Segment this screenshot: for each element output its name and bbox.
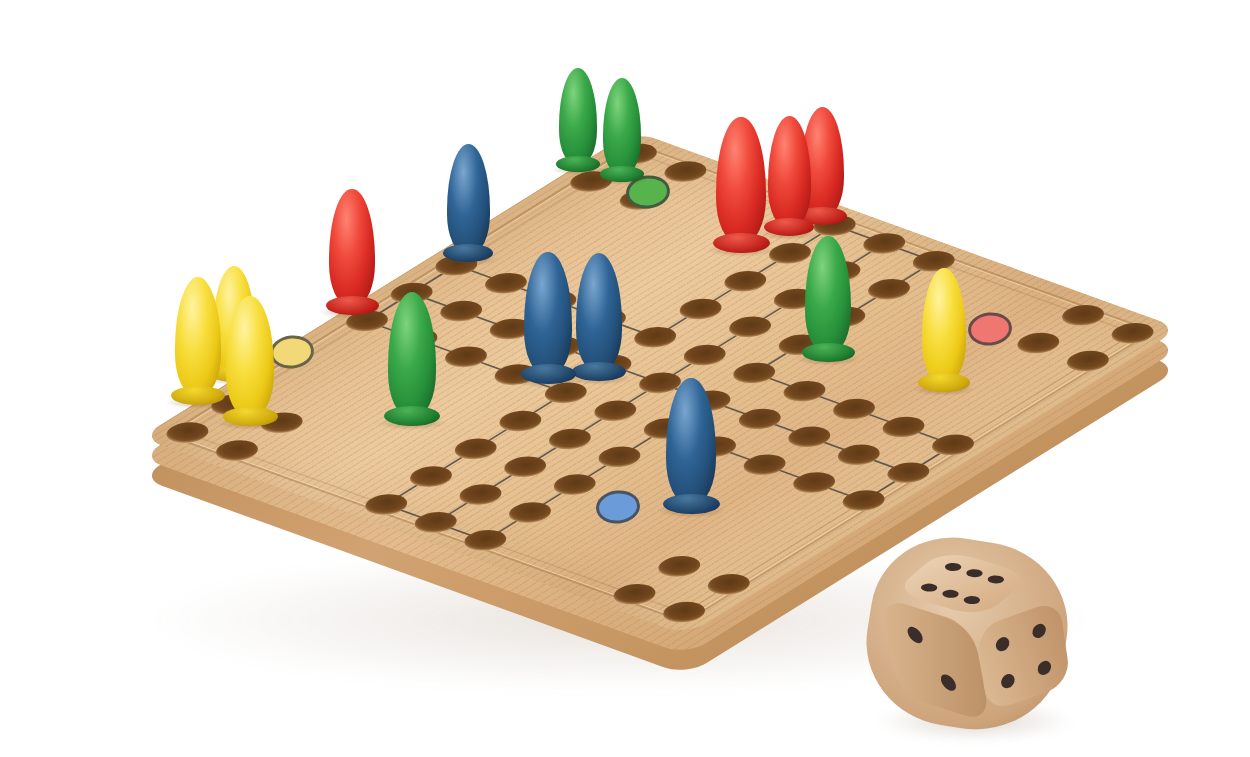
board-hole	[356, 490, 415, 519]
pawn-red-track[interactable]	[764, 116, 814, 236]
board-hole	[446, 434, 505, 463]
board-hole	[715, 267, 774, 296]
pawn-base	[223, 407, 278, 427]
board-hole	[784, 468, 843, 497]
board-hole	[675, 341, 734, 370]
die-pip	[918, 582, 940, 593]
board-hole	[157, 418, 216, 447]
board-hole	[1009, 329, 1068, 358]
board-hole	[605, 580, 664, 609]
pawn-base	[713, 233, 770, 253]
pawn-blue-track[interactable]	[572, 253, 626, 381]
pawn-base	[572, 362, 626, 381]
pawn-head	[576, 253, 622, 372]
board-hole	[545, 470, 604, 499]
pawn-base	[384, 406, 440, 426]
pawn-blue-track[interactable]	[663, 378, 720, 514]
pawn-base	[326, 296, 379, 315]
board-hole	[730, 405, 789, 434]
board-hole	[775, 377, 834, 406]
die-pip	[985, 574, 1007, 585]
pawn-head	[666, 378, 715, 504]
board-hole	[432, 297, 491, 326]
board-hole	[874, 413, 933, 442]
pawn-base	[663, 494, 720, 514]
die-pip	[1000, 672, 1015, 690]
die-pip	[1037, 659, 1052, 677]
board-hole	[855, 229, 914, 258]
pawn-base	[521, 364, 576, 384]
die-pip	[906, 625, 924, 645]
pawn-red-track[interactable]	[326, 189, 379, 315]
board-hole	[590, 442, 649, 471]
pawn-base	[764, 218, 814, 236]
board-hole	[491, 407, 550, 436]
pawn-green-home[interactable]	[556, 68, 600, 172]
die-pip	[942, 561, 964, 572]
pawn-green-track[interactable]	[384, 292, 440, 426]
board-hole	[586, 397, 645, 426]
board-hole	[626, 323, 685, 352]
pawn-base	[918, 373, 970, 392]
board-hole	[1059, 347, 1118, 376]
die-pip	[939, 588, 961, 599]
die-pip	[995, 635, 1010, 653]
board-hole	[541, 424, 600, 453]
die-pip	[940, 672, 958, 692]
ludo-product-scene	[0, 0, 1250, 757]
board-hole	[825, 395, 884, 424]
pawn-head	[716, 117, 765, 243]
board-hole	[1054, 301, 1113, 330]
board-hole	[655, 598, 714, 627]
board-hole	[725, 359, 784, 388]
board-hole	[720, 313, 779, 342]
board-hole	[879, 459, 938, 488]
board-hole	[436, 343, 495, 372]
pawn-head	[768, 116, 811, 228]
board-hole	[406, 508, 465, 537]
pawn-head	[329, 189, 375, 306]
die-pip	[961, 595, 983, 606]
pawn-yellow-home[interactable]	[223, 296, 278, 426]
board-hole	[834, 486, 893, 515]
board-hole	[456, 526, 515, 555]
wooden-die[interactable]	[860, 538, 1072, 734]
pawn-head	[922, 268, 967, 383]
pawn-yellow-home[interactable]	[171, 277, 225, 405]
pawn-base	[443, 244, 493, 262]
board-hole	[699, 570, 758, 599]
pawn-head	[175, 277, 221, 396]
board-hole	[401, 462, 460, 491]
board-hole	[496, 452, 555, 481]
pawn-yellow-track[interactable]	[918, 268, 970, 392]
pawn-head	[559, 68, 597, 165]
board-hole	[860, 275, 919, 304]
die-pip	[963, 568, 985, 579]
board-hole	[671, 295, 730, 324]
pawn-base	[556, 156, 600, 172]
pawn-base	[802, 343, 855, 362]
pawn-head	[226, 296, 273, 417]
board-hole	[924, 431, 983, 460]
board-hole	[207, 436, 266, 465]
die-pip	[1032, 622, 1047, 640]
pawn-head	[388, 292, 436, 417]
board-hole	[735, 451, 794, 480]
board-hole	[501, 498, 560, 527]
pawn-head	[805, 236, 851, 353]
board-hole	[650, 552, 709, 581]
pawn-green-track[interactable]	[802, 236, 855, 362]
pawn-base	[600, 166, 644, 182]
board-hole	[1104, 319, 1163, 348]
board-hole	[829, 441, 888, 470]
pawn-head	[524, 252, 571, 375]
pawn-red-track[interactable]	[713, 117, 770, 253]
board-hole	[780, 423, 839, 452]
pawn-blue-track[interactable]	[443, 144, 493, 262]
pawn-head	[447, 144, 490, 254]
pawn-blue-track[interactable]	[521, 252, 576, 384]
board-hole	[451, 480, 510, 509]
pawn-green-home[interactable]	[600, 78, 644, 182]
pawn-base	[171, 386, 225, 405]
pawn-head	[603, 78, 641, 175]
